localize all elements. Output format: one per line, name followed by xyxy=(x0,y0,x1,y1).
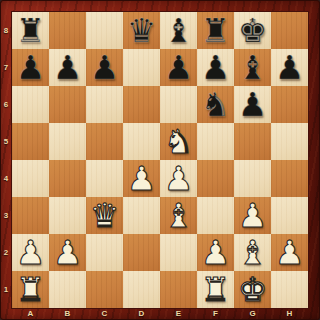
file-label-h: H xyxy=(271,308,308,320)
black-pawn-piece: ♟ xyxy=(275,49,305,86)
black-bishop-piece: ♝ xyxy=(238,49,268,86)
square-f2[interactable]: ♟ xyxy=(197,234,234,271)
rank-label-6: 6 xyxy=(0,86,12,123)
square-e3[interactable]: ♝ xyxy=(160,197,197,234)
black-pawn-piece: ♟ xyxy=(90,49,120,86)
white-pawn-piece: ♟ xyxy=(127,160,157,197)
black-queen-piece: ♛ xyxy=(127,12,157,49)
square-h7[interactable]: ♟ xyxy=(271,49,308,86)
file-label-b: B xyxy=(49,308,86,320)
black-pawn-piece: ♟ xyxy=(164,49,194,86)
square-f6[interactable]: ♞ xyxy=(197,86,234,123)
square-e4[interactable]: ♟ xyxy=(160,160,197,197)
black-pawn-piece: ♟ xyxy=(53,49,83,86)
rank-label-8: 8 xyxy=(0,12,12,49)
square-g6[interactable]: ♟ xyxy=(234,86,271,123)
rank-label-2: 2 xyxy=(0,234,12,271)
white-pawn-piece: ♟ xyxy=(53,234,83,271)
square-d4[interactable]: ♟ xyxy=(123,160,160,197)
square-b8[interactable] xyxy=(49,12,86,49)
black-rook-piece: ♜ xyxy=(16,12,46,49)
rank-label-1: 1 xyxy=(0,271,12,308)
square-d6[interactable] xyxy=(123,86,160,123)
rank-label-7: 7 xyxy=(0,49,12,86)
square-a6[interactable] xyxy=(12,86,49,123)
white-pawn-piece: ♟ xyxy=(16,234,46,271)
square-h4[interactable] xyxy=(271,160,308,197)
square-e2[interactable] xyxy=(160,234,197,271)
square-f7[interactable]: ♟ xyxy=(197,49,234,86)
square-e7[interactable]: ♟ xyxy=(160,49,197,86)
square-h1[interactable] xyxy=(271,271,308,308)
chess-board: ♜♛♝♜♚♟♟♟♟♟♝♟♞♟♞♟♟♛♝♟♟♟♟♝♟♜♜♚ xyxy=(12,12,308,308)
black-pawn-piece: ♟ xyxy=(201,49,231,86)
square-d7[interactable] xyxy=(123,49,160,86)
square-g3[interactable]: ♟ xyxy=(234,197,271,234)
square-c8[interactable] xyxy=(86,12,123,49)
square-b1[interactable] xyxy=(49,271,86,308)
white-pawn-piece: ♟ xyxy=(201,234,231,271)
square-g4[interactable] xyxy=(234,160,271,197)
square-g7[interactable]: ♝ xyxy=(234,49,271,86)
square-e8[interactable]: ♝ xyxy=(160,12,197,49)
rank-label-3: 3 xyxy=(0,197,12,234)
square-a5[interactable] xyxy=(12,123,49,160)
file-label-e: E xyxy=(160,308,197,320)
square-c2[interactable] xyxy=(86,234,123,271)
black-pawn-piece: ♟ xyxy=(238,86,268,123)
square-a1[interactable]: ♜ xyxy=(12,271,49,308)
rank-label-4: 4 xyxy=(0,160,12,197)
black-king-piece: ♚ xyxy=(238,12,268,49)
square-b5[interactable] xyxy=(49,123,86,160)
white-pawn-piece: ♟ xyxy=(238,197,268,234)
file-label-f: F xyxy=(197,308,234,320)
square-c3[interactable]: ♛ xyxy=(86,197,123,234)
square-c4[interactable] xyxy=(86,160,123,197)
white-queen-piece: ♛ xyxy=(90,197,120,234)
black-knight-piece: ♞ xyxy=(201,86,231,123)
square-b6[interactable] xyxy=(49,86,86,123)
square-e5[interactable]: ♞ xyxy=(160,123,197,160)
square-d3[interactable] xyxy=(123,197,160,234)
square-b3[interactable] xyxy=(49,197,86,234)
square-b4[interactable] xyxy=(49,160,86,197)
white-bishop-piece: ♝ xyxy=(164,197,194,234)
square-a2[interactable]: ♟ xyxy=(12,234,49,271)
white-pawn-piece: ♟ xyxy=(164,160,194,197)
white-pawn-piece: ♟ xyxy=(275,234,305,271)
square-d1[interactable] xyxy=(123,271,160,308)
white-king-piece: ♚ xyxy=(238,271,268,308)
chess-board-frame: ♜♛♝♜♚♟♟♟♟♟♝♟♞♟♞♟♟♛♝♟♟♟♟♝♟♜♜♚ 87654321ABC… xyxy=(0,0,320,320)
square-c7[interactable]: ♟ xyxy=(86,49,123,86)
square-f4[interactable] xyxy=(197,160,234,197)
square-d5[interactable] xyxy=(123,123,160,160)
square-a8[interactable]: ♜ xyxy=(12,12,49,49)
white-rook-piece: ♜ xyxy=(16,271,46,308)
square-b7[interactable]: ♟ xyxy=(49,49,86,86)
square-g2[interactable]: ♝ xyxy=(234,234,271,271)
black-pawn-piece: ♟ xyxy=(16,49,46,86)
square-g5[interactable] xyxy=(234,123,271,160)
file-label-g: G xyxy=(234,308,271,320)
square-a7[interactable]: ♟ xyxy=(12,49,49,86)
square-d2[interactable] xyxy=(123,234,160,271)
square-f8[interactable]: ♜ xyxy=(197,12,234,49)
black-bishop-piece: ♝ xyxy=(164,12,194,49)
square-h2[interactable]: ♟ xyxy=(271,234,308,271)
square-f3[interactable] xyxy=(197,197,234,234)
black-rook-piece: ♜ xyxy=(201,12,231,49)
white-rook-piece: ♜ xyxy=(201,271,231,308)
square-h8[interactable] xyxy=(271,12,308,49)
square-f1[interactable]: ♜ xyxy=(197,271,234,308)
file-label-d: D xyxy=(123,308,160,320)
square-a3[interactable] xyxy=(12,197,49,234)
square-c1[interactable] xyxy=(86,271,123,308)
square-c5[interactable] xyxy=(86,123,123,160)
white-knight-piece: ♞ xyxy=(164,123,194,160)
square-e1[interactable] xyxy=(160,271,197,308)
square-d8[interactable]: ♛ xyxy=(123,12,160,49)
square-g8[interactable]: ♚ xyxy=(234,12,271,49)
square-h6[interactable] xyxy=(271,86,308,123)
rank-label-5: 5 xyxy=(0,123,12,160)
square-c6[interactable] xyxy=(86,86,123,123)
square-g1[interactable]: ♚ xyxy=(234,271,271,308)
square-b2[interactable]: ♟ xyxy=(49,234,86,271)
file-label-a: A xyxy=(12,308,49,320)
square-a4[interactable] xyxy=(12,160,49,197)
square-f5[interactable] xyxy=(197,123,234,160)
file-label-c: C xyxy=(86,308,123,320)
square-h5[interactable] xyxy=(271,123,308,160)
white-bishop-piece: ♝ xyxy=(238,234,268,271)
square-e6[interactable] xyxy=(160,86,197,123)
square-h3[interactable] xyxy=(271,197,308,234)
